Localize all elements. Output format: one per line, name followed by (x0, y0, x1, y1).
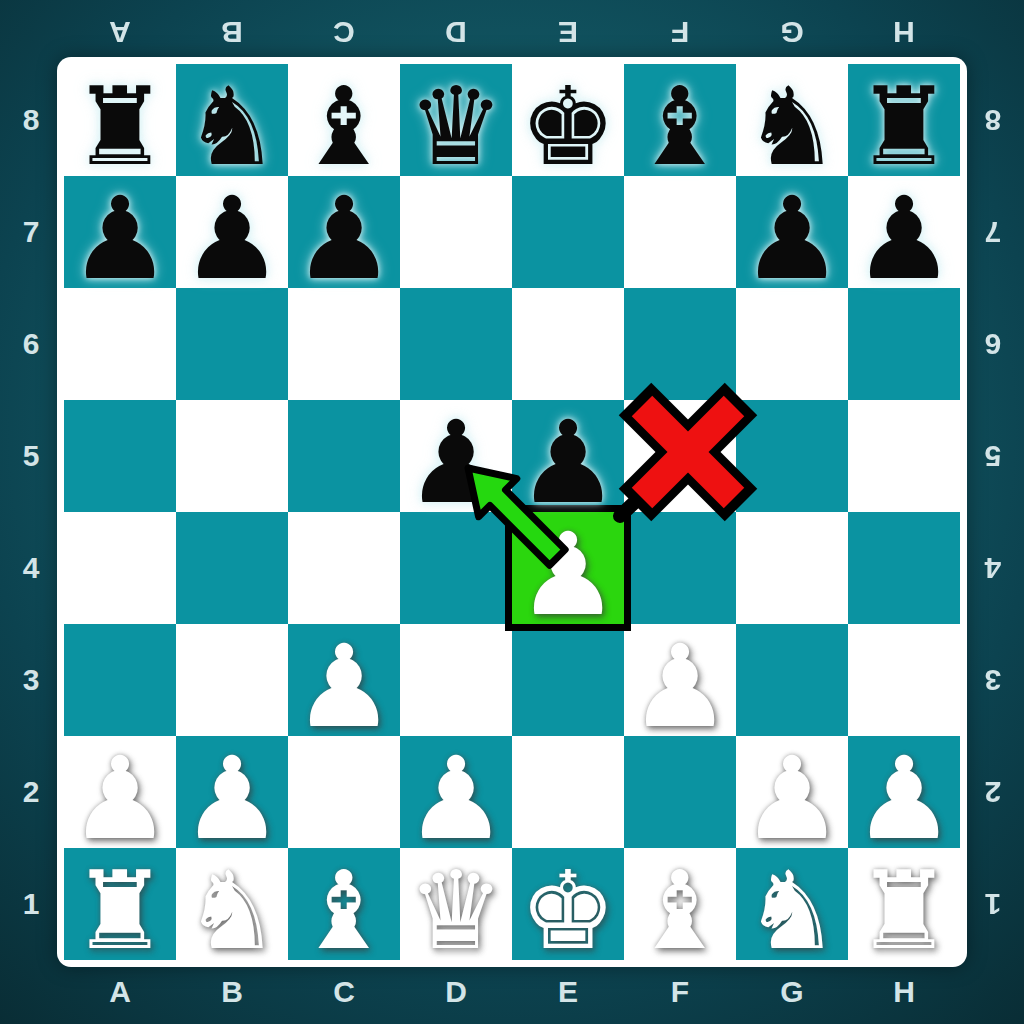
square-d8[interactable] (400, 64, 512, 176)
square-e3[interactable] (512, 624, 624, 736)
file-label-top-e: E (512, 2, 624, 62)
square-f6[interactable] (624, 288, 736, 400)
square-c5[interactable] (288, 400, 400, 512)
file-label-bottom-d: D (400, 963, 512, 1021)
square-c1[interactable] (288, 848, 400, 960)
rank-label-right-7: 7 (964, 176, 1022, 288)
square-f5[interactable] (624, 400, 736, 512)
square-a2[interactable] (64, 736, 176, 848)
square-a4[interactable] (64, 512, 176, 624)
file-label-top-h: H (848, 2, 960, 62)
square-h8[interactable] (848, 64, 960, 176)
square-a1[interactable] (64, 848, 176, 960)
square-c8[interactable] (288, 64, 400, 176)
square-g5[interactable] (736, 400, 848, 512)
file-label-top-f: F (624, 2, 736, 62)
file-label-top-a: A (64, 2, 176, 62)
square-f2[interactable] (624, 736, 736, 848)
square-b3[interactable] (176, 624, 288, 736)
square-b4[interactable] (176, 512, 288, 624)
square-c3[interactable] (288, 624, 400, 736)
square-c4[interactable] (288, 512, 400, 624)
file-label-bottom-a: A (64, 963, 176, 1021)
square-d5[interactable] (400, 400, 512, 512)
rank-label-left-1: 1 (2, 848, 60, 960)
rank-label-left-8: 8 (2, 64, 60, 176)
square-h5[interactable] (848, 400, 960, 512)
rank-label-left-2: 2 (2, 736, 60, 848)
square-g2[interactable] (736, 736, 848, 848)
rank-label-right-3: 3 (964, 624, 1022, 736)
square-d6[interactable] (400, 288, 512, 400)
square-d4[interactable] (400, 512, 512, 624)
square-b5[interactable] (176, 400, 288, 512)
rank-label-left-6: 6 (2, 288, 60, 400)
file-label-top-g: G (736, 2, 848, 62)
file-label-top-c: C (288, 2, 400, 62)
rank-label-left-5: 5 (2, 400, 60, 512)
square-h7[interactable] (848, 176, 960, 288)
square-f1[interactable] (624, 848, 736, 960)
square-h3[interactable] (848, 624, 960, 736)
square-a7[interactable] (64, 176, 176, 288)
square-e5[interactable] (512, 400, 624, 512)
square-h4[interactable] (848, 512, 960, 624)
highlight-square-e4 (505, 505, 631, 631)
square-e7[interactable] (512, 176, 624, 288)
file-label-bottom-b: B (176, 963, 288, 1021)
file-label-bottom-f: F (624, 963, 736, 1021)
rank-label-left-7: 7 (2, 176, 60, 288)
square-h6[interactable] (848, 288, 960, 400)
square-g6[interactable] (736, 288, 848, 400)
square-d3[interactable] (400, 624, 512, 736)
file-label-bottom-e: E (512, 963, 624, 1021)
square-f4[interactable] (624, 512, 736, 624)
square-d2[interactable] (400, 736, 512, 848)
square-f3[interactable] (624, 624, 736, 736)
square-b7[interactable] (176, 176, 288, 288)
square-h2[interactable] (848, 736, 960, 848)
rank-label-right-8: 8 (964, 64, 1022, 176)
rank-label-right-6: 6 (964, 288, 1022, 400)
file-label-bottom-g: G (736, 963, 848, 1021)
square-e8[interactable] (512, 64, 624, 176)
file-label-top-d: D (400, 2, 512, 62)
rank-label-left-4: 4 (2, 512, 60, 624)
square-g7[interactable] (736, 176, 848, 288)
square-b8[interactable] (176, 64, 288, 176)
square-c2[interactable] (288, 736, 400, 848)
square-a6[interactable] (64, 288, 176, 400)
square-g3[interactable] (736, 624, 848, 736)
rank-label-right-2: 2 (964, 736, 1022, 848)
square-a5[interactable] (64, 400, 176, 512)
rank-label-right-4: 4 (964, 512, 1022, 624)
square-a3[interactable] (64, 624, 176, 736)
square-c7[interactable] (288, 176, 400, 288)
chess-board[interactable] (64, 64, 960, 960)
file-label-top-b: B (176, 2, 288, 62)
rank-label-left-3: 3 (2, 624, 60, 736)
square-g4[interactable] (736, 512, 848, 624)
file-label-bottom-h: H (848, 963, 960, 1021)
square-e1[interactable] (512, 848, 624, 960)
rank-label-right-5: 5 (964, 400, 1022, 512)
square-b6[interactable] (176, 288, 288, 400)
square-e2[interactable] (512, 736, 624, 848)
file-label-bottom-c: C (288, 963, 400, 1021)
rank-label-right-1: 1 (964, 848, 1022, 960)
square-b2[interactable] (176, 736, 288, 848)
square-f7[interactable] (624, 176, 736, 288)
square-d1[interactable] (400, 848, 512, 960)
square-d7[interactable] (400, 176, 512, 288)
square-e6[interactable] (512, 288, 624, 400)
square-h1[interactable] (848, 848, 960, 960)
square-g8[interactable] (736, 64, 848, 176)
square-c6[interactable] (288, 288, 400, 400)
square-b1[interactable] (176, 848, 288, 960)
square-a8[interactable] (64, 64, 176, 176)
square-f8[interactable] (624, 64, 736, 176)
square-g1[interactable] (736, 848, 848, 960)
